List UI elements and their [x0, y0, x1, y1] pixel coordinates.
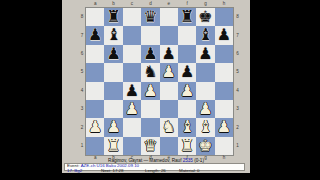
next-label: Next: [101, 168, 111, 173]
black-pawn: ♟ [106, 45, 120, 63]
rank-label-4: 4 [79, 82, 85, 100]
square-b1: ♜ [104, 137, 122, 155]
square-a6 [86, 45, 104, 63]
chess-app-frame: abcdefgh 87654321 ♜♛♜♚♟♝♝♟♟♟♟♟♞♟♟♟♟♟♟♟♟♟… [62, 0, 250, 173]
black-knight: ♞ [143, 63, 157, 81]
square-h4 [215, 82, 233, 100]
square-c6 [123, 45, 141, 63]
black-pawn: ♟ [217, 26, 231, 44]
rank-label-7: 7 [79, 26, 85, 44]
white-pawn: ♟ [162, 63, 176, 81]
square-a1 [86, 137, 104, 155]
square-d2 [141, 118, 159, 136]
square-c1 [123, 137, 141, 155]
square-f8: ♜ [178, 8, 196, 26]
square-b5 [104, 63, 122, 81]
square-h6 [215, 45, 233, 63]
square-f5: ♟ [178, 63, 196, 81]
square-c3: ♟ [123, 100, 141, 118]
rank-label-2: 2 [235, 118, 241, 136]
square-h3 [215, 100, 233, 118]
file-label-c: c [123, 1, 141, 7]
rank-label-1: 1 [235, 137, 241, 155]
square-g5 [196, 63, 214, 81]
next-value: 17:28 [112, 168, 123, 173]
square-e2: ♞ [160, 118, 178, 136]
info-panel: Event: AZE-ch U16 Baku 2002.09.10 17. Bg… [64, 163, 245, 172]
square-b7: ♝ [104, 26, 122, 44]
black-queen: ♛ [143, 8, 157, 26]
rank-label-6: 6 [235, 45, 241, 63]
white-king: ♚ [198, 137, 212, 155]
square-c8 [123, 8, 141, 26]
rank-label-8: 8 [79, 8, 85, 26]
rank-label-3: 3 [79, 100, 85, 118]
white-pawn: ♟ [180, 82, 194, 100]
black-rook: ♜ [106, 8, 120, 26]
square-d5: ♞ [141, 63, 159, 81]
square-b6: ♟ [104, 45, 122, 63]
square-e3 [160, 100, 178, 118]
square-a2: ♟ [86, 118, 104, 136]
square-e7 [160, 26, 178, 44]
square-g7: ♝ [196, 26, 214, 44]
white-pawn: ♟ [88, 118, 102, 136]
next-stat: Next: 17:28 [101, 169, 145, 174]
rank-label-4: 4 [235, 82, 241, 100]
square-d4: ♟ [141, 82, 159, 100]
black-bishop: ♝ [198, 26, 212, 44]
video-frame: abcdefgh 87654321 ♜♛♜♚♟♝♝♟♟♟♟♟♞♟♟♟♟♟♟♟♟♟… [0, 0, 320, 180]
square-c5 [123, 63, 141, 81]
square-a5 [86, 63, 104, 81]
black-pawn: ♟ [143, 45, 157, 63]
square-f6 [178, 45, 196, 63]
white-rook: ♜ [106, 137, 120, 155]
black-pawn: ♟ [198, 45, 212, 63]
square-e6: ♟ [160, 45, 178, 63]
square-a8 [86, 8, 104, 26]
square-h8 [215, 8, 233, 26]
square-d3 [141, 100, 159, 118]
square-d6: ♟ [141, 45, 159, 63]
square-f3 [178, 100, 196, 118]
black-pawn: ♟ [180, 63, 194, 81]
rank-label-5: 5 [235, 63, 241, 81]
white-bishop: ♝ [198, 118, 212, 136]
white-pawn: ♟ [106, 118, 120, 136]
white-rook: ♜ [180, 137, 194, 155]
rank-labels-right: 87654321 [235, 8, 241, 155]
rank-label-6: 6 [79, 45, 85, 63]
rank-labels-left: 87654321 [79, 8, 85, 155]
square-g3: ♟ [196, 100, 214, 118]
square-c4: ♟ [123, 82, 141, 100]
white-knight: ♞ [162, 118, 176, 136]
rank-label-2: 2 [79, 118, 85, 136]
black-king: ♚ [198, 8, 212, 26]
letterbox-right [250, 0, 320, 180]
rank-label-7: 7 [235, 26, 241, 44]
move-status-row: 17. Bg2 Next: 17:28 Length: 26 Material:… [67, 169, 242, 174]
square-a3 [86, 100, 104, 118]
square-d7 [141, 26, 159, 44]
file-label-h: h [215, 1, 233, 7]
square-b3 [104, 100, 122, 118]
black-pawn: ♟ [162, 45, 176, 63]
white-bishop: ♝ [180, 118, 194, 136]
rank-label-3: 3 [235, 100, 241, 118]
square-f7 [178, 26, 196, 44]
length-label: Length: [145, 168, 160, 173]
black-bishop: ♝ [106, 26, 120, 44]
white-pawn: ♟ [198, 100, 212, 118]
square-g8: ♚ [196, 8, 214, 26]
square-f1: ♜ [178, 137, 196, 155]
black-pawn: ♟ [125, 82, 139, 100]
square-e5: ♟ [160, 63, 178, 81]
black-pawn: ♟ [88, 26, 102, 44]
file-label-a: a [86, 1, 104, 7]
square-d8: ♛ [141, 8, 159, 26]
white-pawn: ♟ [143, 82, 157, 100]
square-a7: ♟ [86, 26, 104, 44]
square-b2: ♟ [104, 118, 122, 136]
length-value: 26 [161, 168, 166, 173]
square-c2 [123, 118, 141, 136]
square-e1 [160, 137, 178, 155]
square-d1: ♛ [141, 137, 159, 155]
square-f2: ♝ [178, 118, 196, 136]
square-a4 [86, 82, 104, 100]
square-h7: ♟ [215, 26, 233, 44]
rank-label-5: 5 [79, 63, 85, 81]
material-label: Material: [179, 168, 196, 173]
white-pawn: ♟ [217, 118, 231, 136]
letterbox-left [0, 0, 62, 180]
material-stat: Material: 0 [179, 169, 200, 174]
square-h2: ♟ [215, 118, 233, 136]
file-label-e: e [160, 1, 178, 7]
white-pawn: ♟ [125, 100, 139, 118]
square-h5 [215, 63, 233, 81]
square-f4: ♟ [178, 82, 196, 100]
square-c7 [123, 26, 141, 44]
rank-label-8: 8 [235, 8, 241, 26]
square-e4 [160, 82, 178, 100]
material-value: 0 [197, 168, 199, 173]
square-e8 [160, 8, 178, 26]
square-g6: ♟ [196, 45, 214, 63]
black-rook: ♜ [180, 8, 194, 26]
chess-board: ♜♛♜♚♟♝♝♟♟♟♟♟♞♟♟♟♟♟♟♟♟♟♞♝♝♟♜♛♜♚ [86, 8, 233, 155]
square-b8: ♜ [104, 8, 122, 26]
length-stat: Length: 26 [145, 169, 179, 174]
move-played: 17. Bg2 [67, 169, 101, 174]
rank-label-1: 1 [79, 137, 85, 155]
square-g4 [196, 82, 214, 100]
square-b4 [104, 82, 122, 100]
square-h1 [215, 137, 233, 155]
square-g1: ♚ [196, 137, 214, 155]
white-queen: ♛ [143, 137, 157, 155]
square-g2: ♝ [196, 118, 214, 136]
